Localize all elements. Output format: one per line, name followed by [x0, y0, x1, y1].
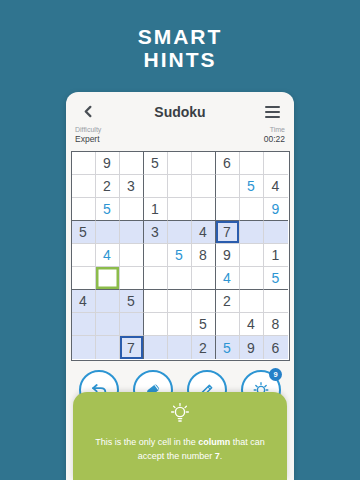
sudoku-cell-r3c2[interactable]: 5 [96, 198, 120, 221]
sudoku-cell-r8c7[interactable] [216, 313, 240, 336]
sudoku-cell-r1c1[interactable] [72, 152, 96, 175]
sudoku-cell-r1c5[interactable] [168, 152, 192, 175]
sudoku-cell-r2c9[interactable]: 4 [264, 175, 288, 198]
page-title-line1: SMART [0, 25, 360, 48]
sudoku-cell-r7c8[interactable] [240, 290, 264, 313]
sudoku-cell-r5c4[interactable] [144, 244, 168, 267]
sudoku-cell-r5c6[interactable]: 8 [192, 244, 216, 267]
sudoku-cell-r6c3[interactable] [120, 267, 144, 290]
sudoku-cell-r6c7[interactable]: 4 [216, 267, 240, 290]
app-title: Sudoku [154, 104, 205, 120]
sudoku-cell-r5c5[interactable]: 5 [168, 244, 192, 267]
sudoku-cell-r7c9[interactable] [264, 290, 288, 313]
sudoku-cell-r7c3[interactable]: 5 [120, 290, 144, 313]
hint-text: This is the only cell in the column that… [84, 435, 276, 463]
sudoku-cell-r4c7[interactable]: 7 [216, 221, 240, 244]
sudoku-cell-r4c4[interactable]: 3 [144, 221, 168, 244]
sudoku-cell-r6c2[interactable] [96, 267, 120, 290]
sudoku-cell-r3c4[interactable]: 1 [144, 198, 168, 221]
sudoku-cell-r9c1[interactable] [72, 336, 96, 359]
sudoku-cell-r4c1[interactable]: 5 [72, 221, 96, 244]
sudoku-cell-r8c8[interactable]: 4 [240, 313, 264, 336]
sudoku-cell-r4c3[interactable] [120, 221, 144, 244]
sudoku-cell-r2c8[interactable]: 5 [240, 175, 264, 198]
sudoku-cell-r1c7[interactable]: 6 [216, 152, 240, 175]
sudoku-cell-r1c4[interactable]: 5 [144, 152, 168, 175]
sudoku-cell-r2c6[interactable] [192, 175, 216, 198]
sudoku-cell-r6c4[interactable] [144, 267, 168, 290]
sudoku-cell-r5c2[interactable]: 4 [96, 244, 120, 267]
time-block: Time 00:22 [264, 126, 285, 144]
sudoku-cell-r2c1[interactable] [72, 175, 96, 198]
sudoku-cell-r8c4[interactable] [144, 313, 168, 336]
sudoku-cell-r1c8[interactable] [240, 152, 264, 175]
sudoku-app-card: Sudoku Difficulty Expert Time 00:22 9562… [66, 92, 294, 480]
sudoku-cell-r1c6[interactable] [192, 152, 216, 175]
sudoku-cell-r6c5[interactable] [168, 267, 192, 290]
sudoku-cell-r8c9[interactable]: 8 [264, 313, 288, 336]
sudoku-board: 95623545195347458914545254872596 [71, 151, 290, 361]
sudoku-cell-r9c9[interactable]: 6 [264, 336, 288, 359]
app-header: Sudoku [66, 92, 294, 122]
sudoku-cell-r2c4[interactable] [144, 175, 168, 198]
page-title-line2: HINTS [0, 48, 360, 71]
sudoku-cell-r5c8[interactable] [240, 244, 264, 267]
sudoku-cell-r7c2[interactable] [96, 290, 120, 313]
sudoku-cell-r6c8[interactable] [240, 267, 264, 290]
sudoku-cell-r3c9[interactable]: 9 [264, 198, 288, 221]
sudoku-cell-r7c4[interactable] [144, 290, 168, 313]
sudoku-cell-r4c6[interactable]: 4 [192, 221, 216, 244]
sudoku-cell-r5c9[interactable]: 1 [264, 244, 288, 267]
chevron-left-icon [82, 105, 95, 118]
sudoku-cell-r9c7[interactable]: 5 [216, 336, 240, 359]
bulb-icon [168, 402, 192, 426]
sudoku-cell-r9c8[interactable]: 9 [240, 336, 264, 359]
sudoku-cell-r6c6[interactable] [192, 267, 216, 290]
sudoku-cell-r7c5[interactable] [168, 290, 192, 313]
sudoku-cell-r8c3[interactable] [120, 313, 144, 336]
sudoku-cell-r9c3[interactable]: 7 [120, 336, 144, 359]
difficulty-value: Expert [75, 134, 101, 144]
difficulty-block: Difficulty Expert [75, 126, 101, 144]
info-row: Difficulty Expert Time 00:22 [66, 122, 294, 144]
difficulty-label: Difficulty [75, 126, 101, 133]
sudoku-cell-r3c6[interactable] [192, 198, 216, 221]
hint-count-badge: 9 [269, 368, 282, 381]
sudoku-cell-r5c1[interactable] [72, 244, 96, 267]
sudoku-cell-r6c9[interactable]: 5 [264, 267, 288, 290]
sudoku-cell-r7c1[interactable]: 4 [72, 290, 96, 313]
sudoku-cell-r1c9[interactable] [264, 152, 288, 175]
menu-button[interactable] [262, 102, 282, 122]
sudoku-cell-r8c1[interactable] [72, 313, 96, 336]
menu-icon [265, 106, 280, 108]
sudoku-cell-r5c3[interactable] [120, 244, 144, 267]
sudoku-cell-r5c7[interactable]: 9 [216, 244, 240, 267]
sudoku-cell-r3c5[interactable] [168, 198, 192, 221]
time-value: 00:22 [264, 134, 285, 144]
sudoku-cell-r2c5[interactable] [168, 175, 192, 198]
sudoku-cell-r4c9[interactable] [264, 221, 288, 244]
sudoku-cell-r3c3[interactable] [120, 198, 144, 221]
sudoku-cell-r4c8[interactable] [240, 221, 264, 244]
page-title: SMART HINTS [0, 25, 360, 71]
sudoku-cell-r3c1[interactable] [72, 198, 96, 221]
sudoku-cell-r2c2[interactable]: 2 [96, 175, 120, 198]
hint-panel: This is the only cell in the column that… [73, 392, 287, 480]
sudoku-cell-r4c5[interactable] [168, 221, 192, 244]
sudoku-cell-r8c5[interactable] [168, 313, 192, 336]
sudoku-cell-r9c6[interactable]: 2 [192, 336, 216, 359]
sudoku-cell-r1c2[interactable]: 9 [96, 152, 120, 175]
sudoku-cell-r9c4[interactable] [144, 336, 168, 359]
sudoku-cell-r7c6[interactable] [192, 290, 216, 313]
sudoku-cell-r7c7[interactable]: 2 [216, 290, 240, 313]
sudoku-cell-r2c7[interactable] [216, 175, 240, 198]
sudoku-cell-r4c2[interactable] [96, 221, 120, 244]
sudoku-cell-r2c3[interactable]: 3 [120, 175, 144, 198]
sudoku-cell-r6c1[interactable] [72, 267, 96, 290]
sudoku-cell-r9c2[interactable] [96, 336, 120, 359]
sudoku-cell-r8c6[interactable]: 5 [192, 313, 216, 336]
time-label: Time [264, 126, 285, 133]
sudoku-cell-r8c2[interactable] [96, 313, 120, 336]
back-button[interactable] [78, 102, 98, 122]
sudoku-cell-r3c8[interactable] [240, 198, 264, 221]
sudoku-cell-r9c5[interactable] [168, 336, 192, 359]
sudoku-cell-r3c7[interactable] [216, 198, 240, 221]
sudoku-cell-r1c3[interactable] [120, 152, 144, 175]
